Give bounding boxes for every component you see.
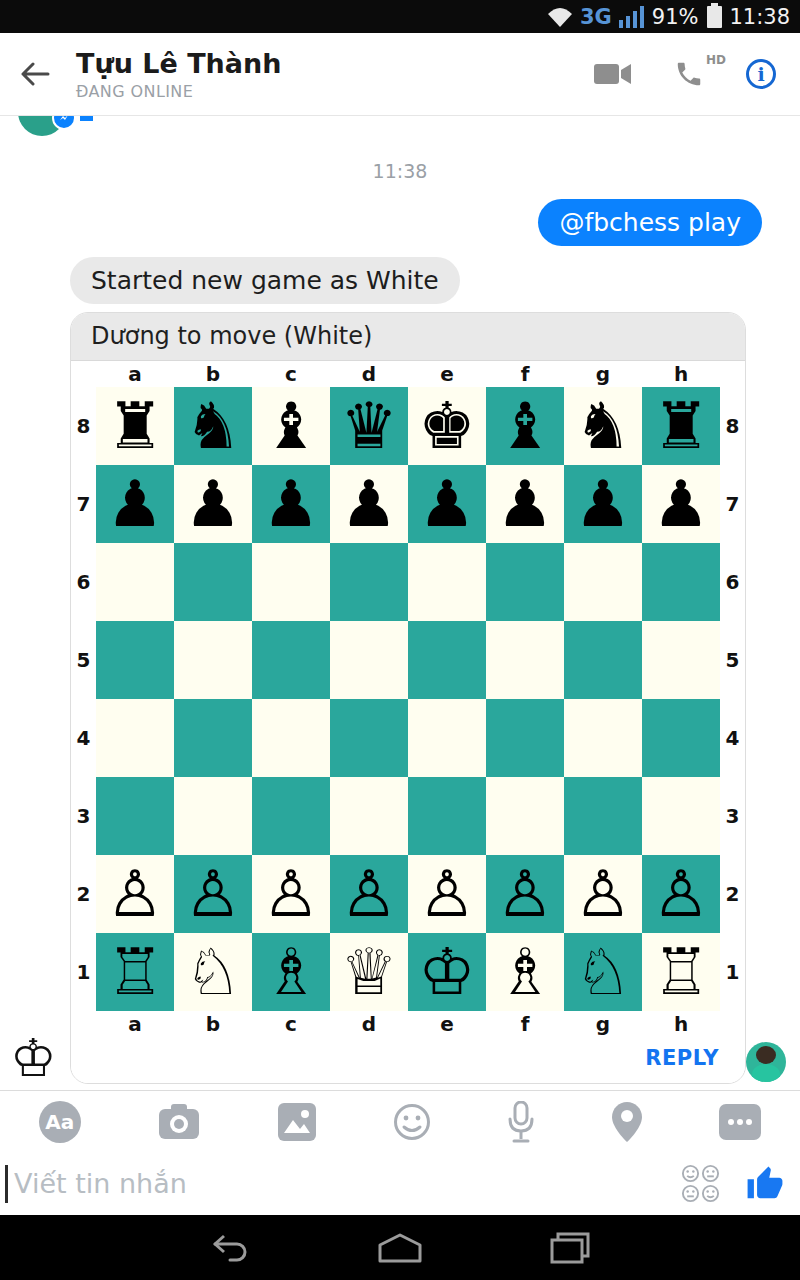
black-piece-e7: ♟ — [418, 465, 475, 543]
file-label-bottom-b: b — [174, 1011, 252, 1037]
more-dots-icon — [719, 1104, 761, 1140]
square-h6 — [642, 543, 720, 621]
square-e3 — [408, 777, 486, 855]
white-piece-c2: ♙ — [262, 855, 319, 933]
square-f2: ♙ — [486, 855, 564, 933]
black-piece-g7: ♟ — [574, 465, 631, 543]
square-d5 — [330, 621, 408, 699]
black-piece-h8: ♜ — [652, 387, 709, 465]
camera-icon — [158, 1104, 200, 1140]
rank-label-right-8: 8 — [720, 387, 745, 465]
reply-button[interactable]: REPLY — [645, 1046, 719, 1070]
rank-label-left-4: 4 — [71, 699, 96, 777]
wifi-icon — [547, 6, 573, 28]
square-b2: ♙ — [174, 855, 252, 933]
rank-label-right-2: 2 — [720, 855, 745, 933]
phone-icon — [674, 59, 704, 89]
square-c8: ♝ — [252, 387, 330, 465]
white-piece-e1: ♔ — [418, 933, 475, 1011]
square-d2: ♙ — [330, 855, 408, 933]
status-bar: 3G 91% 11:38 — [0, 0, 800, 33]
battery-icon — [707, 6, 722, 28]
rank-label-right-1: 1 — [720, 933, 745, 1011]
square-d7: ♟ — [330, 465, 408, 543]
square-e2: ♙ — [408, 855, 486, 933]
white-piece-d1: ♕ — [340, 933, 397, 1011]
file-label-top-a: a — [96, 361, 174, 387]
square-f1: ♗ — [486, 933, 564, 1011]
square-f4 — [486, 699, 564, 777]
white-piece-g2: ♙ — [574, 855, 631, 933]
rank-label-left-1: 1 — [71, 933, 96, 1011]
file-label-top-g: g — [564, 361, 642, 387]
black-piece-b7: ♟ — [184, 465, 241, 543]
square-c7: ♟ — [252, 465, 330, 543]
square-c3 — [252, 777, 330, 855]
nav-recents-button[interactable] — [550, 1232, 590, 1264]
rank-label-left-7: 7 — [71, 465, 96, 543]
attachment-toolbar: Aa — [0, 1090, 800, 1152]
square-e8: ♚ — [408, 387, 486, 465]
rank-label-right-4: 4 — [720, 699, 745, 777]
white-piece-f2: ♙ — [496, 855, 553, 933]
photo-icon — [278, 1103, 316, 1141]
message-input[interactable]: Viết tin nhắn — [14, 1168, 681, 1199]
emoji-face-icon — [701, 1184, 720, 1203]
rank-label-right-5: 5 — [720, 621, 745, 699]
square-e7: ♟ — [408, 465, 486, 543]
rank-label-left-3: 3 — [71, 777, 96, 855]
black-piece-d7: ♟ — [340, 465, 397, 543]
file-label-bottom-c: c — [252, 1011, 330, 1037]
location-button[interactable] — [612, 1102, 642, 1142]
square-a2: ♙ — [96, 855, 174, 933]
square-a3 — [96, 777, 174, 855]
emoji-button[interactable] — [393, 1103, 431, 1141]
square-g3 — [564, 777, 642, 855]
black-piece-b8: ♞ — [184, 387, 241, 465]
square-b6 — [174, 543, 252, 621]
chat-area: 11:38 @fbchess play Started new game as … — [0, 116, 800, 1090]
file-label-top-e: e — [408, 361, 486, 387]
clock-label: 11:38 — [729, 5, 790, 29]
outgoing-bubble[interactable]: @fbchess play — [538, 199, 762, 246]
rank-label-right-6: 6 — [720, 543, 745, 621]
square-g4 — [564, 699, 642, 777]
board-corner — [720, 1011, 745, 1037]
black-piece-a8: ♜ — [106, 387, 163, 465]
square-h3 — [642, 777, 720, 855]
square-f7: ♟ — [486, 465, 564, 543]
square-g7: ♟ — [564, 465, 642, 543]
nav-back-icon — [210, 1233, 250, 1263]
square-f8: ♝ — [486, 387, 564, 465]
microphone-icon — [508, 1101, 534, 1143]
square-h8: ♜ — [642, 387, 720, 465]
location-pin-icon — [612, 1102, 642, 1142]
square-h7: ♟ — [642, 465, 720, 543]
white-piece-h2: ♙ — [652, 855, 709, 933]
white-piece-c1: ♗ — [262, 933, 319, 1011]
online-status: ĐANG ONLINE — [76, 82, 594, 101]
voice-message-button[interactable] — [508, 1101, 534, 1143]
square-g6 — [564, 543, 642, 621]
black-piece-a7: ♟ — [106, 465, 163, 543]
white-piece-a1: ♖ — [106, 933, 163, 1011]
rank-label-left-6: 6 — [71, 543, 96, 621]
white-piece-d2: ♙ — [340, 855, 397, 933]
square-c6 — [252, 543, 330, 621]
back-button[interactable] — [0, 62, 70, 86]
square-a1: ♖ — [96, 933, 174, 1011]
text-cursor — [5, 1165, 8, 1203]
square-h4 — [642, 699, 720, 777]
square-a4 — [96, 699, 174, 777]
black-piece-d8: ♛ — [340, 387, 397, 465]
emoji-face-icon — [681, 1184, 700, 1203]
square-b3 — [174, 777, 252, 855]
square-f5 — [486, 621, 564, 699]
square-c2: ♙ — [252, 855, 330, 933]
emoji-face-icon — [701, 1164, 720, 1183]
white-piece-f1: ♗ — [496, 933, 553, 1011]
square-d3 — [330, 777, 408, 855]
square-d1: ♕ — [330, 933, 408, 1011]
rank-label-left-8: 8 — [71, 387, 96, 465]
square-e5 — [408, 621, 486, 699]
square-h2: ♙ — [642, 855, 720, 933]
board-corner — [720, 361, 745, 387]
square-b1: ♘ — [174, 933, 252, 1011]
white-piece-e2: ♙ — [418, 855, 475, 933]
battery-percent-label: 91% — [652, 5, 699, 29]
emoji-face-icon — [681, 1164, 700, 1183]
emoji-picker-button[interactable] — [681, 1164, 720, 1203]
black-piece-c7: ♟ — [262, 465, 319, 543]
square-b5 — [174, 621, 252, 699]
file-label-top-f: f — [486, 361, 564, 387]
nav-back-button[interactable] — [210, 1233, 250, 1263]
square-g2: ♙ — [564, 855, 642, 933]
black-piece-f7: ♟ — [496, 465, 553, 543]
square-e1: ♔ — [408, 933, 486, 1011]
nav-home-icon — [378, 1233, 422, 1263]
file-label-bottom-h: h — [642, 1011, 720, 1037]
square-f6 — [486, 543, 564, 621]
file-label-bottom-e: e — [408, 1011, 486, 1037]
white-piece-h1: ♖ — [652, 933, 709, 1011]
conversation-info-button[interactable]: i — [746, 59, 776, 89]
square-a5 — [96, 621, 174, 699]
chess-game-card: Dương to move (White) abcdefgh8♜♞♝♛♚♝♞♜8… — [70, 312, 746, 1084]
white-piece-b1: ♘ — [184, 933, 241, 1011]
square-f3 — [486, 777, 564, 855]
square-g8: ♞ — [564, 387, 642, 465]
file-label-top-b: b — [174, 361, 252, 387]
more-options-button[interactable] — [719, 1104, 761, 1140]
file-label-bottom-g: g — [564, 1011, 642, 1037]
previous-message-fragment — [80, 116, 93, 121]
white-piece-b2: ♙ — [184, 855, 241, 933]
smiley-icon — [393, 1103, 431, 1141]
file-label-bottom-a: a — [96, 1011, 174, 1037]
game-status-header: Dương to move (White) — [71, 313, 745, 361]
black-piece-h7: ♟ — [652, 465, 709, 543]
rank-label-right-7: 7 — [720, 465, 745, 543]
black-piece-g8: ♞ — [574, 387, 631, 465]
file-label-top-c: c — [252, 361, 330, 387]
gallery-button[interactable] — [278, 1103, 316, 1141]
video-call-button[interactable] — [594, 61, 632, 87]
nav-recents-icon — [550, 1232, 590, 1264]
messenger-screen: 3G 91% 11:38 Tựu Lê Thành ĐANG ONLINE — [0, 0, 800, 1280]
black-piece-e8: ♚ — [418, 387, 475, 465]
hd-badge: HD — [706, 53, 726, 67]
rank-label-left-5: 5 — [71, 621, 96, 699]
file-label-bottom-f: f — [486, 1011, 564, 1037]
square-h1: ♖ — [642, 933, 720, 1011]
thumbs-up-icon — [746, 1165, 784, 1203]
nav-home-button[interactable] — [378, 1233, 422, 1263]
board-corner — [71, 361, 96, 387]
square-g5 — [564, 621, 642, 699]
square-c4 — [252, 699, 330, 777]
square-e4 — [408, 699, 486, 777]
aa-icon: Aa — [39, 1101, 81, 1143]
video-camera-icon — [594, 61, 632, 87]
voice-call-button[interactable]: HD — [674, 59, 704, 89]
square-e6 — [408, 543, 486, 621]
incoming-bubble[interactable]: Started new game as White — [70, 257, 460, 304]
square-c5 — [252, 621, 330, 699]
square-h5 — [642, 621, 720, 699]
black-piece-f8: ♝ — [496, 387, 553, 465]
square-c1: ♗ — [252, 933, 330, 1011]
square-b4 — [174, 699, 252, 777]
square-g1: ♘ — [564, 933, 642, 1011]
rank-label-left-2: 2 — [71, 855, 96, 933]
android-navbar — [0, 1215, 800, 1280]
black-piece-c8: ♝ — [262, 387, 319, 465]
square-a7: ♟ — [96, 465, 174, 543]
white-piece-g1: ♘ — [574, 933, 631, 1011]
network-type-label: 3G — [580, 5, 612, 29]
square-a8: ♜ — [96, 387, 174, 465]
white-piece-a2: ♙ — [106, 855, 163, 933]
square-b7: ♟ — [174, 465, 252, 543]
square-d6 — [330, 543, 408, 621]
square-d8: ♛ — [330, 387, 408, 465]
fbchess-bot-avatar: ♔ — [10, 1032, 57, 1084]
message-composer: Viết tin nhắn — [0, 1152, 800, 1215]
rank-label-right-3: 3 — [720, 777, 745, 855]
board-corner — [71, 1011, 96, 1037]
square-a6 — [96, 543, 174, 621]
square-b8: ♞ — [174, 387, 252, 465]
conversation-header: Tựu Lê Thành ĐANG ONLINE HD i — [0, 33, 800, 116]
square-d4 — [330, 699, 408, 777]
card-footer: REPLY — [71, 1037, 745, 1083]
file-label-top-h: h — [642, 361, 720, 387]
camera-button[interactable] — [158, 1104, 200, 1140]
message-timestamp: 11:38 — [0, 160, 800, 182]
file-label-top-d: d — [330, 361, 408, 387]
like-button[interactable] — [746, 1165, 784, 1203]
chess-board[interactable]: abcdefgh8♜♞♝♛♚♝♞♜87♟♟♟♟♟♟♟♟7665544332♙♙♙… — [71, 361, 745, 1037]
text-style-button[interactable]: Aa — [39, 1101, 81, 1143]
signal-bars-icon — [619, 6, 645, 28]
file-label-bottom-d: d — [330, 1011, 408, 1037]
seen-avatar — [746, 1042, 786, 1082]
back-arrow-icon — [20, 62, 50, 86]
contact-name: Tựu Lê Thành — [76, 48, 594, 80]
